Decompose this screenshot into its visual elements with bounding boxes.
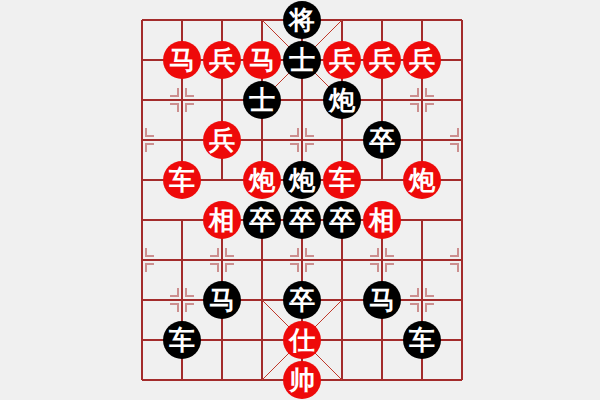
piece-red-p[interactable]: 兵: [363, 41, 401, 79]
piece-black-r[interactable]: 车: [163, 321, 201, 359]
piece-black-n[interactable]: 马: [203, 281, 241, 319]
piece-black-k[interactable]: 将: [283, 1, 321, 39]
piece-black-r[interactable]: 车: [403, 321, 441, 359]
piece-black-p[interactable]: 卒: [283, 201, 321, 239]
piece-black-p[interactable]: 卒: [283, 281, 321, 319]
piece-black-c[interactable]: 炮: [323, 81, 361, 119]
piece-black-a[interactable]: 士: [243, 81, 281, 119]
piece-red-c[interactable]: 炮: [243, 161, 281, 199]
piece-red-r[interactable]: 车: [163, 161, 201, 199]
piece-red-p[interactable]: 兵: [203, 41, 241, 79]
piece-red-b[interactable]: 相: [363, 201, 401, 239]
piece-red-c[interactable]: 炮: [403, 161, 441, 199]
piece-black-n[interactable]: 马: [363, 281, 401, 319]
piece-red-r[interactable]: 车: [323, 161, 361, 199]
piece-black-p[interactable]: 卒: [323, 201, 361, 239]
piece-red-b[interactable]: 相: [203, 201, 241, 239]
piece-red-n[interactable]: 马: [243, 41, 281, 79]
piece-red-p[interactable]: 兵: [203, 121, 241, 159]
piece-black-p[interactable]: 卒: [243, 201, 281, 239]
piece-red-a[interactable]: 仕: [283, 321, 321, 359]
piece-black-c[interactable]: 炮: [283, 161, 321, 199]
piece-red-n[interactable]: 马: [163, 41, 201, 79]
piece-black-p[interactable]: 卒: [363, 121, 401, 159]
piece-red-k[interactable]: 帅: [283, 361, 321, 399]
xiangqi-diagram: 将马兵马士兵兵兵士炮兵卒车炮炮车炮相卒卒卒相马卒马车仕车帅: [0, 0, 600, 400]
xiangqi-board[interactable]: 将马兵马士兵兵兵士炮兵卒车炮炮车炮相卒卒卒相马卒马车仕车帅: [122, 0, 482, 400]
piece-red-p[interactable]: 兵: [323, 41, 361, 79]
piece-black-a[interactable]: 士: [283, 41, 321, 79]
piece-red-p[interactable]: 兵: [403, 41, 441, 79]
